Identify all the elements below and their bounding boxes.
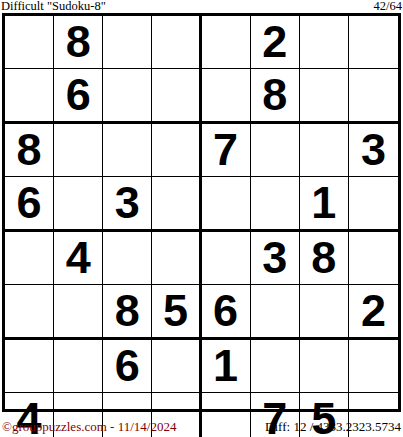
cell-r6c6[interactable] [251, 285, 300, 340]
given-digit: 3 [361, 124, 386, 176]
cell-r3c1[interactable]: 8 [5, 124, 54, 177]
given-digit: 1 [213, 340, 238, 392]
cell-r7c8[interactable] [349, 340, 398, 393]
cell-r7c4[interactable] [152, 340, 201, 393]
cell-r4c5[interactable] [202, 177, 251, 232]
cell-r2c1[interactable] [5, 69, 54, 124]
given-digit: 8 [311, 232, 336, 284]
given-digit: 6 [66, 69, 91, 121]
cell-r7c7[interactable] [300, 340, 349, 393]
cell-r4c3[interactable]: 3 [103, 177, 152, 232]
cell-r3c2[interactable] [54, 124, 103, 177]
given-digit: 8 [262, 69, 287, 121]
given-digit: 7 [213, 124, 238, 176]
sudoku-board: 8268873631438856261475 [2, 13, 401, 412]
given-digit: 4 [66, 232, 91, 284]
puzzle-sheet: Difficult "Sudoku-8" 42/64 8268873631438… [0, 0, 403, 437]
cell-r3c7[interactable] [300, 124, 349, 177]
cell-r2c8[interactable] [349, 69, 398, 124]
cell-r1c1[interactable] [5, 16, 54, 69]
copyright: ©grouppuzzles.com - 11/14/2024 [2, 420, 176, 434]
puzzle-title: Difficult "Sudoku-8" [1, 0, 106, 13]
cell-r4c1[interactable]: 6 [5, 177, 54, 232]
cell-r6c8[interactable]: 2 [349, 285, 398, 340]
cell-r7c5[interactable]: 1 [202, 340, 251, 393]
cell-r5c5[interactable] [202, 232, 251, 285]
cell-r1c4[interactable] [152, 16, 201, 69]
cell-r5c1[interactable] [5, 232, 54, 285]
cell-r2c3[interactable] [103, 69, 152, 124]
cell-r4c7[interactable]: 1 [300, 177, 349, 232]
cell-r2c7[interactable] [300, 69, 349, 124]
difficulty-rating: Diff: 12 / 4333.2323.5734 [265, 420, 401, 434]
cell-r4c8[interactable] [349, 177, 398, 232]
given-digit: 6 [213, 285, 238, 337]
cell-r7c3[interactable]: 6 [103, 340, 152, 393]
given-digit: 2 [262, 16, 287, 68]
cell-r3c5[interactable]: 7 [202, 124, 251, 177]
cell-r1c8[interactable] [349, 16, 398, 69]
cell-r5c6[interactable]: 3 [251, 232, 300, 285]
given-digit: 3 [115, 177, 140, 229]
cell-r1c6[interactable]: 2 [251, 16, 300, 69]
cell-r6c3[interactable]: 8 [103, 285, 152, 340]
cell-r1c5[interactable] [202, 16, 251, 69]
cell-r6c4[interactable]: 5 [152, 285, 201, 340]
cell-r7c2[interactable] [54, 340, 103, 393]
given-digit: 6 [115, 340, 140, 392]
cell-r4c4[interactable] [152, 177, 201, 232]
cell-r3c8[interactable]: 3 [349, 124, 398, 177]
cell-r1c2[interactable]: 8 [54, 16, 103, 69]
cell-r1c7[interactable] [300, 16, 349, 69]
given-digit: 5 [163, 285, 188, 337]
given-digit: 2 [361, 285, 386, 337]
cell-r7c6[interactable] [251, 340, 300, 393]
cell-r4c6[interactable] [251, 177, 300, 232]
cell-r5c7[interactable]: 8 [300, 232, 349, 285]
cell-r3c4[interactable] [152, 124, 201, 177]
given-digit: 8 [115, 285, 140, 337]
cell-r5c2[interactable]: 4 [54, 232, 103, 285]
given-digit: 8 [17, 124, 42, 176]
header: Difficult "Sudoku-8" 42/64 [0, 0, 403, 13]
cell-r4c2[interactable] [54, 177, 103, 232]
cell-r7c1[interactable] [5, 340, 54, 393]
cell-r3c3[interactable] [103, 124, 152, 177]
cell-r5c4[interactable] [152, 232, 201, 285]
cell-r3c6[interactable] [251, 124, 300, 177]
given-digit: 3 [262, 232, 287, 284]
given-digit: 8 [66, 16, 91, 68]
given-digit: 1 [311, 177, 336, 229]
cell-r1c3[interactable] [103, 16, 152, 69]
given-digit: 6 [17, 177, 42, 229]
cell-r2c2[interactable]: 6 [54, 69, 103, 124]
cell-r6c1[interactable] [5, 285, 54, 340]
cell-r8c5[interactable] [202, 393, 251, 437]
cell-r5c8[interactable] [349, 232, 398, 285]
cell-r2c4[interactable] [152, 69, 201, 124]
cell-r5c3[interactable] [103, 232, 152, 285]
cell-r6c5[interactable]: 6 [202, 285, 251, 340]
empty-cell-counter: 42/64 [374, 0, 402, 13]
cell-r6c2[interactable] [54, 285, 103, 340]
cell-r2c6[interactable]: 8 [251, 69, 300, 124]
cell-r6c7[interactable] [300, 285, 349, 340]
cell-r2c5[interactable] [202, 69, 251, 124]
